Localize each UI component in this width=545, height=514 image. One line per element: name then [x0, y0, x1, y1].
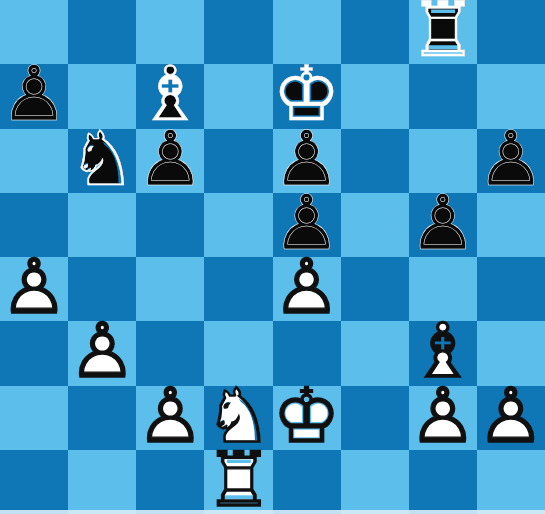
square-g2[interactable]: ♟♙ — [409, 386, 477, 450]
square-e1[interactable] — [273, 450, 341, 514]
square-e2[interactable]: ♚♔ — [273, 386, 341, 450]
square-h4[interactable] — [477, 257, 545, 321]
square-f7[interactable] — [341, 64, 409, 128]
square-c6[interactable]: ♟♙ — [136, 129, 204, 193]
piece-white-pawn-b3[interactable]: ♟♙ — [68, 321, 136, 385]
square-h1[interactable] — [477, 450, 545, 514]
square-d6[interactable] — [204, 129, 272, 193]
square-d7[interactable] — [204, 64, 272, 128]
piece-white-pawn-a4[interactable]: ♟♙ — [0, 257, 68, 321]
piece-white-pawn-g2[interactable]: ♟♙ — [409, 386, 477, 450]
square-a7[interactable]: ♟♙ — [0, 64, 68, 128]
square-d8[interactable] — [204, 0, 272, 64]
black-pawn-outline-icon: ♙ — [409, 191, 477, 255]
piece-black-pawn-a7[interactable]: ♟♙ — [0, 64, 68, 128]
square-f6[interactable] — [341, 129, 409, 193]
white-pawn-outline-icon: ♙ — [68, 319, 136, 383]
square-c5[interactable] — [136, 193, 204, 257]
square-b2[interactable] — [68, 386, 136, 450]
chess-board: ♜♖♟♙♝♗♚♔♞♘♟♙♟♙♟♙♟♙♟♙♟♙♟♙♟♙♝♗♟♙♞♘♚♔♟♙♟♙♜♖ — [0, 0, 545, 514]
white-pawn-outline-icon: ♙ — [136, 384, 204, 448]
square-f3[interactable] — [341, 321, 409, 385]
white-pawn-outline-icon: ♙ — [477, 384, 545, 448]
white-pawn-outline-icon: ♙ — [273, 255, 341, 319]
piece-white-pawn-c2[interactable]: ♟♙ — [136, 386, 204, 450]
square-f2[interactable] — [341, 386, 409, 450]
square-b1[interactable] — [68, 450, 136, 514]
square-a6[interactable] — [0, 129, 68, 193]
white-rook-outline-icon: ♖ — [204, 448, 272, 512]
square-f8[interactable] — [341, 0, 409, 64]
square-a2[interactable] — [0, 386, 68, 450]
white-pawn-outline-icon: ♙ — [409, 384, 477, 448]
square-g8[interactable]: ♜♖ — [409, 0, 477, 64]
square-b3[interactable]: ♟♙ — [68, 321, 136, 385]
square-b8[interactable] — [68, 0, 136, 64]
piece-white-pawn-e4[interactable]: ♟♙ — [273, 257, 341, 321]
piece-black-rook-g8[interactable]: ♜♖ — [409, 0, 477, 64]
square-c4[interactable] — [136, 257, 204, 321]
square-a1[interactable] — [0, 450, 68, 514]
black-rook-outline-icon: ♖ — [409, 0, 477, 62]
square-d5[interactable] — [204, 193, 272, 257]
square-h6[interactable]: ♟♙ — [477, 129, 545, 193]
black-pawn-outline-icon: ♙ — [0, 62, 68, 126]
piece-white-pawn-h2[interactable]: ♟♙ — [477, 386, 545, 450]
piece-white-rook-d1[interactable]: ♜♖ — [204, 450, 272, 514]
square-b6[interactable]: ♞♘ — [68, 129, 136, 193]
square-b5[interactable] — [68, 193, 136, 257]
square-g1[interactable] — [409, 450, 477, 514]
square-f1[interactable] — [341, 450, 409, 514]
square-c1[interactable] — [136, 450, 204, 514]
white-king-outline-icon: ♔ — [273, 384, 341, 448]
square-d4[interactable] — [204, 257, 272, 321]
square-f5[interactable] — [341, 193, 409, 257]
black-knight-outline-icon: ♘ — [68, 127, 136, 191]
piece-black-pawn-h6[interactable]: ♟♙ — [477, 129, 545, 193]
square-h2[interactable]: ♟♙ — [477, 386, 545, 450]
square-g7[interactable] — [409, 64, 477, 128]
square-f4[interactable] — [341, 257, 409, 321]
square-h5[interactable] — [477, 193, 545, 257]
square-e4[interactable]: ♟♙ — [273, 257, 341, 321]
black-pawn-outline-icon: ♙ — [477, 127, 545, 191]
piece-black-pawn-c6[interactable]: ♟♙ — [136, 129, 204, 193]
chessboard-screenshot: ♜♖♟♙♝♗♚♔♞♘♟♙♟♙♟♙♟♙♟♙♟♙♟♙♟♙♝♗♟♙♞♘♚♔♟♙♟♙♜♖ — [0, 0, 545, 514]
black-pawn-outline-icon: ♙ — [136, 127, 204, 191]
piece-white-king-e2[interactable]: ♚♔ — [273, 386, 341, 450]
square-g5[interactable]: ♟♙ — [409, 193, 477, 257]
board-bottom-edge — [0, 510, 545, 514]
square-c2[interactable]: ♟♙ — [136, 386, 204, 450]
square-d1[interactable]: ♜♖ — [204, 450, 272, 514]
square-h8[interactable] — [477, 0, 545, 64]
white-pawn-outline-icon: ♙ — [0, 255, 68, 319]
square-a3[interactable] — [0, 321, 68, 385]
square-a4[interactable]: ♟♙ — [0, 257, 68, 321]
piece-black-knight-b6[interactable]: ♞♘ — [68, 129, 136, 193]
piece-black-pawn-g5[interactable]: ♟♙ — [409, 193, 477, 257]
